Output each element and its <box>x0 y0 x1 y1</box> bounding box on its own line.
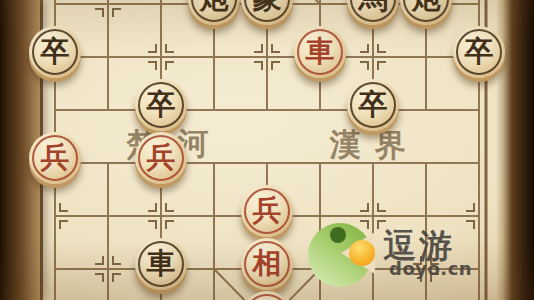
xiangqi-board-screen: 楚 河 漢 界 炮象馬炮卒車卒卒卒兵兵兵車相 逗游 doyo.cn <box>0 0 534 300</box>
piece-兵[interactable]: 兵 <box>241 185 293 237</box>
piece-兵[interactable]: 兵 <box>29 132 81 184</box>
piece-車[interactable]: 車 <box>294 26 346 78</box>
piece-glyph: 卒 <box>41 37 70 66</box>
piece-相[interactable]: 相 <box>241 238 293 290</box>
piece-glyph: 卒 <box>465 37 494 66</box>
doyo-logo-eye-icon <box>330 227 346 243</box>
piece-glyph: 炮 <box>412 0 441 13</box>
river-text-jie: 界 <box>370 126 410 166</box>
piece-glyph: 兵 <box>41 143 70 172</box>
piece-glyph: 車 <box>306 37 335 66</box>
piece-卒[interactable]: 卒 <box>347 79 399 131</box>
doyo-logo-ball-icon <box>349 240 375 266</box>
river-text-han: 漢 <box>325 125 365 165</box>
piece-glyph: 炮 <box>200 0 229 13</box>
piece-glyph: 兵 <box>253 196 282 225</box>
piece-兵[interactable]: 兵 <box>135 132 187 184</box>
piece-glyph: 馬 <box>359 0 388 13</box>
watermark-domain-text: doyo.cn <box>389 258 472 279</box>
piece-glyph: 卒 <box>359 90 388 119</box>
piece-glyph: 相 <box>253 249 282 278</box>
piece-卒[interactable]: 卒 <box>29 26 81 78</box>
piece-glyph: 象 <box>253 0 282 13</box>
piece-車[interactable]: 車 <box>135 238 187 290</box>
piece-卒[interactable]: 卒 <box>135 79 187 131</box>
piece-glyph: 卒 <box>147 90 176 119</box>
piece-glyph: 車 <box>147 249 176 278</box>
piece-卒[interactable]: 卒 <box>453 26 505 78</box>
piece-glyph: 兵 <box>147 143 176 172</box>
